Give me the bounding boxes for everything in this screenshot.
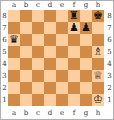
square-a6[interactable]: ♛	[8, 34, 20, 46]
square-a8[interactable]	[8, 10, 20, 22]
rank-label-left-2: 2	[1, 82, 8, 94]
square-g6[interactable]	[80, 34, 92, 46]
rank-label-left-4: 4	[1, 58, 8, 70]
square-d8[interactable]	[44, 10, 56, 22]
piece-black-king: ♚	[93, 10, 103, 22]
square-e3[interactable]	[56, 70, 68, 82]
rank-label-right-3: 3	[104, 70, 114, 82]
square-h1[interactable]: ♔	[92, 94, 104, 106]
square-g5[interactable]	[80, 46, 92, 58]
square-h8[interactable]: ♚	[92, 10, 104, 22]
square-e1[interactable]	[56, 94, 68, 106]
square-d7[interactable]	[44, 22, 56, 34]
square-c7[interactable]	[32, 22, 44, 34]
rank-label-left-5: 5	[1, 46, 8, 58]
piece-black-pawn: ♟	[69, 22, 79, 34]
square-b4[interactable]	[20, 58, 32, 70]
file-label-top-c: c	[32, 1, 44, 10]
square-f7[interactable]: ♟	[68, 22, 80, 34]
square-d6[interactable]	[44, 34, 56, 46]
square-b1[interactable]	[20, 94, 32, 106]
square-g4[interactable]	[80, 58, 92, 70]
square-h6[interactable]	[92, 34, 104, 46]
square-h5[interactable]: ♗	[92, 46, 104, 58]
square-c2[interactable]	[32, 82, 44, 94]
piece-white-king: ♔	[93, 94, 103, 106]
square-f5[interactable]	[68, 46, 80, 58]
square-f8[interactable]: ♜	[68, 10, 80, 22]
file-label-top-a: a	[8, 1, 20, 10]
square-d3[interactable]	[44, 70, 56, 82]
square-f1[interactable]	[68, 94, 80, 106]
square-f3[interactable]	[68, 70, 80, 82]
board-corner	[1, 1, 8, 10]
square-c6[interactable]	[32, 34, 44, 46]
square-b6[interactable]	[20, 34, 32, 46]
square-d4[interactable]	[44, 58, 56, 70]
rank-label-right-4: 4	[104, 58, 114, 70]
piece-black-queen: ♛	[9, 34, 19, 46]
rank-label-right-6: 6	[104, 34, 114, 46]
square-c8[interactable]	[32, 10, 44, 22]
rank-label-right-8: 8	[104, 10, 114, 22]
rank-label-right-2: 2	[104, 82, 114, 94]
rank-label-left-7: 7	[1, 22, 8, 34]
piece-white-bishop: ♗	[93, 46, 103, 58]
rank-label-left-8: 8	[1, 10, 8, 22]
square-a3[interactable]	[8, 70, 20, 82]
square-a1[interactable]	[8, 94, 20, 106]
square-c4[interactable]	[32, 58, 44, 70]
square-g1[interactable]	[80, 94, 92, 106]
file-label-bottom-c: c	[32, 106, 44, 120]
square-a5[interactable]	[8, 46, 20, 58]
file-label-top-h: h	[92, 1, 104, 10]
square-g8[interactable]	[80, 10, 92, 22]
square-b8[interactable]	[20, 10, 32, 22]
square-b3[interactable]	[20, 70, 32, 82]
square-c1[interactable]	[32, 94, 44, 106]
file-label-top-g: g	[80, 1, 92, 10]
square-g7[interactable]: ♟	[80, 22, 92, 34]
square-e6[interactable]	[56, 34, 68, 46]
square-b5[interactable]	[20, 46, 32, 58]
file-label-top-d: d	[44, 1, 56, 10]
board-corner	[104, 106, 114, 120]
square-c3[interactable]	[32, 70, 44, 82]
square-h3[interactable]: ♕	[92, 70, 104, 82]
square-g3[interactable]	[80, 70, 92, 82]
square-a2[interactable]	[8, 82, 20, 94]
piece-white-queen: ♕	[93, 70, 103, 82]
square-h7[interactable]	[92, 22, 104, 34]
square-e7[interactable]	[56, 22, 68, 34]
rank-label-right-1: 1	[104, 94, 114, 106]
file-label-bottom-h: h	[92, 106, 104, 120]
square-a4[interactable]	[8, 58, 20, 70]
file-label-bottom-f: f	[68, 106, 80, 120]
file-label-bottom-e: e	[56, 106, 68, 120]
file-label-bottom-a: a	[8, 106, 20, 120]
square-e4[interactable]	[56, 58, 68, 70]
square-b7[interactable]	[20, 22, 32, 34]
square-f4[interactable]	[68, 58, 80, 70]
rank-label-right-5: 5	[104, 46, 114, 58]
square-d1[interactable]	[44, 94, 56, 106]
square-c5[interactable]	[32, 46, 44, 58]
chess-board: abcdefgh8♜♚87♟♟76♛65♗5443♕3221♔1abcdefgh	[1, 1, 113, 120]
rank-label-left-1: 1	[1, 94, 8, 106]
square-e2[interactable]	[56, 82, 68, 94]
board-corner	[1, 106, 8, 120]
file-label-bottom-b: b	[20, 106, 32, 120]
square-h2[interactable]	[92, 82, 104, 94]
square-h4[interactable]	[92, 58, 104, 70]
rank-label-left-3: 3	[1, 70, 8, 82]
square-e5[interactable]	[56, 46, 68, 58]
square-a7[interactable]	[8, 22, 20, 34]
square-d5[interactable]	[44, 46, 56, 58]
square-e8[interactable]	[56, 10, 68, 22]
square-b2[interactable]	[20, 82, 32, 94]
rank-label-right-7: 7	[104, 22, 114, 34]
square-f6[interactable]	[68, 34, 80, 46]
square-g2[interactable]	[80, 82, 92, 94]
file-label-top-b: b	[20, 1, 32, 10]
file-label-bottom-g: g	[80, 106, 92, 120]
board-corner	[104, 1, 114, 10]
rank-label-left-6: 6	[1, 34, 8, 46]
square-d2[interactable]	[44, 82, 56, 94]
square-f2[interactable]	[68, 82, 80, 94]
file-label-bottom-d: d	[44, 106, 56, 120]
chess-diagram-frame: abcdefgh8♜♚87♟♟76♛65♗5443♕3221♔1abcdefgh	[0, 0, 114, 120]
file-label-top-e: e	[56, 1, 68, 10]
piece-black-rook: ♜	[69, 10, 79, 22]
piece-black-pawn: ♟	[81, 22, 91, 34]
file-label-top-f: f	[68, 1, 80, 10]
